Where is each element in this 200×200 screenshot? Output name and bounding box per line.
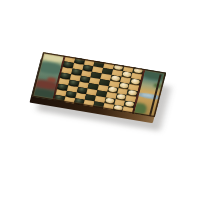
product-photo-scene (0, 0, 200, 200)
right-painting-bush (134, 102, 148, 116)
right-painting-trees (140, 69, 166, 82)
